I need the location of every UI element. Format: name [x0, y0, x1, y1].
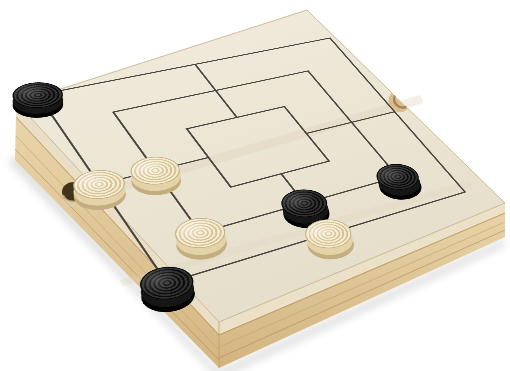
scene — [0, 0, 510, 371]
